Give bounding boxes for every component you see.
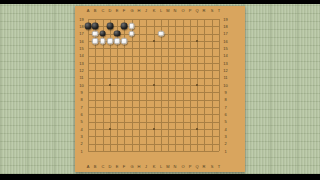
- coord-label-column-L: L: [158, 9, 164, 13]
- coord-label-column-J: J: [143, 165, 149, 169]
- coord-label-column-P: P: [187, 165, 193, 169]
- coord-label-column-E: E: [114, 9, 120, 13]
- stone-black-F18: [121, 23, 128, 30]
- grid-line-horizontal: [88, 144, 219, 145]
- star-point-D4: [109, 128, 111, 130]
- coord-label-column-B: B: [92, 9, 98, 13]
- stone-white-G17: [128, 30, 135, 37]
- stone-black-C17: [99, 30, 106, 37]
- grid-line-horizontal: [88, 122, 219, 123]
- grid-line-vertical: [161, 19, 162, 151]
- coord-label-row-8: 8: [78, 98, 85, 102]
- coord-label-column-E: E: [114, 165, 120, 169]
- stone-white-F16: [121, 38, 128, 45]
- coord-label-column-A: A: [85, 165, 91, 169]
- coord-label-row-1: 1: [78, 149, 85, 153]
- coord-label-column-D: D: [107, 165, 113, 169]
- coord-label-column-R: R: [201, 9, 207, 13]
- stone-white-E16: [114, 38, 121, 45]
- grid-line-vertical: [190, 19, 191, 151]
- stone-white-D16: [106, 38, 113, 45]
- coord-label-row-9: 9: [222, 90, 229, 94]
- coord-label-row-5: 5: [222, 120, 229, 124]
- stone-black-A18: [85, 23, 92, 30]
- coord-label-column-F: F: [121, 165, 127, 169]
- coord-label-column-S: S: [209, 165, 215, 169]
- coord-label-column-K: K: [150, 9, 156, 13]
- coord-label-column-Q: Q: [194, 9, 200, 13]
- coord-label-row-2: 2: [222, 142, 229, 146]
- coord-label-row-19: 19: [78, 17, 85, 21]
- coord-label-row-10: 10: [78, 83, 85, 87]
- coord-label-row-18: 18: [78, 24, 85, 28]
- grid-line-horizontal: [88, 136, 219, 137]
- coord-label-row-15: 15: [78, 46, 85, 50]
- coord-label-row-17: 17: [222, 32, 229, 36]
- coord-label-column-M: M: [165, 165, 171, 169]
- coord-label-column-H: H: [136, 9, 142, 13]
- coord-label-row-19: 19: [222, 17, 229, 21]
- star-point-K10: [153, 84, 155, 86]
- coord-label-row-16: 16: [222, 39, 229, 43]
- letterbox-bar-bottom: [0, 174, 320, 180]
- grid-line-vertical: [183, 19, 184, 151]
- coord-label-row-12: 12: [222, 68, 229, 72]
- grid-line-horizontal: [88, 107, 219, 108]
- coord-label-row-14: 14: [78, 54, 85, 58]
- coord-label-row-8: 8: [222, 98, 229, 102]
- grid-line-horizontal: [88, 100, 219, 101]
- coord-label-row-17: 17: [78, 32, 85, 36]
- coord-label-column-K: K: [150, 165, 156, 169]
- coord-label-column-G: G: [128, 165, 134, 169]
- grid-line-vertical: [212, 19, 213, 151]
- coord-label-column-N: N: [172, 165, 178, 169]
- coord-label-row-3: 3: [78, 134, 85, 138]
- coord-label-row-4: 4: [78, 127, 85, 131]
- coord-label-row-6: 6: [222, 112, 229, 116]
- coord-label-row-4: 4: [222, 127, 229, 131]
- coord-label-row-7: 7: [78, 105, 85, 109]
- grid-line-vertical: [219, 19, 220, 151]
- stone-black-D18: [106, 23, 113, 30]
- go-board: AABBCCDDEEFFGGHHJJKKLLMMNNOOPPQQRRSSTT19…: [75, 6, 245, 172]
- star-point-K16: [153, 40, 155, 42]
- coord-label-row-14: 14: [222, 54, 229, 58]
- star-point-K4: [153, 128, 155, 130]
- grid-line-horizontal: [88, 151, 219, 152]
- coord-label-column-F: F: [121, 9, 127, 13]
- coord-label-column-P: P: [187, 9, 193, 13]
- star-point-D10: [109, 84, 111, 86]
- grid-line-vertical: [175, 19, 176, 151]
- coord-label-row-12: 12: [78, 68, 85, 72]
- coord-label-column-O: O: [179, 165, 185, 169]
- coord-label-column-A: A: [85, 9, 91, 13]
- coord-label-row-13: 13: [78, 61, 85, 65]
- coord-label-column-Q: Q: [194, 165, 200, 169]
- coord-label-row-11: 11: [78, 76, 85, 80]
- grid-line-vertical: [168, 19, 169, 151]
- coord-label-column-O: O: [179, 9, 185, 13]
- coord-label-row-18: 18: [222, 24, 229, 28]
- star-point-Q10: [196, 84, 198, 86]
- coord-label-column-J: J: [143, 9, 149, 13]
- coord-label-column-S: S: [209, 9, 215, 13]
- coord-label-row-5: 5: [78, 120, 85, 124]
- stone-white-L17: [157, 30, 164, 37]
- coord-label-column-B: B: [92, 165, 98, 169]
- coord-label-column-C: C: [99, 165, 105, 169]
- coord-label-column-T: T: [216, 9, 222, 13]
- stone-white-B17: [92, 30, 99, 37]
- coord-label-column-L: L: [158, 165, 164, 169]
- coord-label-row-16: 16: [78, 39, 85, 43]
- coord-label-column-D: D: [107, 9, 113, 13]
- coord-label-row-1: 1: [222, 149, 229, 153]
- coord-label-column-M: M: [165, 9, 171, 13]
- go-board-grid[interactable]: [88, 19, 219, 151]
- coord-label-row-6: 6: [78, 112, 85, 116]
- coord-label-column-T: T: [216, 165, 222, 169]
- coord-label-column-R: R: [201, 165, 207, 169]
- screenshot: AABBCCDDEEFFGGHHJJKKLLMMNNOOPPQQRRSSTT19…: [0, 0, 320, 180]
- coord-label-row-7: 7: [222, 105, 229, 109]
- coord-label-row-2: 2: [78, 142, 85, 146]
- coord-label-row-9: 9: [78, 90, 85, 94]
- coord-label-column-C: C: [99, 9, 105, 13]
- stone-black-E17: [114, 30, 121, 37]
- grid-line-horizontal: [88, 92, 219, 93]
- stone-white-C16: [99, 38, 106, 45]
- coord-label-row-10: 10: [222, 83, 229, 87]
- coord-label-row-13: 13: [222, 61, 229, 65]
- coord-label-row-11: 11: [222, 76, 229, 80]
- coord-label-row-3: 3: [222, 134, 229, 138]
- coord-label-column-G: G: [128, 9, 134, 13]
- stone-black-B18: [92, 23, 99, 30]
- coord-label-column-H: H: [136, 165, 142, 169]
- star-point-Q16: [196, 40, 198, 42]
- stone-white-B16: [92, 38, 99, 45]
- coord-label-column-N: N: [172, 9, 178, 13]
- grid-line-vertical: [204, 19, 205, 151]
- star-point-Q4: [196, 128, 198, 130]
- grid-line-horizontal: [88, 114, 219, 115]
- stone-white-G18: [128, 23, 135, 30]
- coord-label-row-15: 15: [222, 46, 229, 50]
